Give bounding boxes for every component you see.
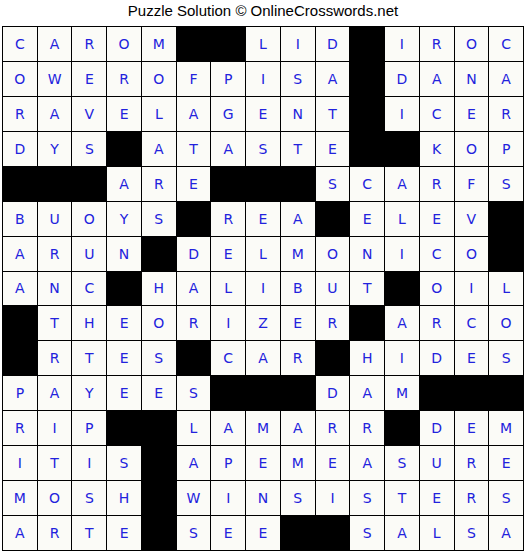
letter-cell: A bbox=[3, 516, 37, 550]
letter-cell: D bbox=[316, 27, 350, 61]
letter-cell: L bbox=[489, 272, 523, 306]
letter-cell: A bbox=[142, 132, 176, 166]
letter-cell: I bbox=[455, 272, 489, 306]
letter-cell: I bbox=[38, 411, 72, 445]
block-cell bbox=[385, 132, 419, 166]
letter-cell: C bbox=[72, 272, 106, 306]
letter-cell: S bbox=[281, 62, 315, 96]
letter-cell: O bbox=[455, 27, 489, 61]
letter-cell: L bbox=[246, 237, 280, 271]
letter-cell: L bbox=[385, 202, 419, 236]
letter-cell: H bbox=[350, 341, 384, 375]
letter-cell: D bbox=[385, 62, 419, 96]
letter-cell: R bbox=[72, 27, 106, 61]
letter-cell: R bbox=[455, 446, 489, 480]
letter-cell: O bbox=[316, 237, 350, 271]
block-cell bbox=[107, 411, 141, 445]
letter-cell: Y bbox=[72, 376, 106, 410]
letter-cell: I bbox=[246, 62, 280, 96]
letter-cell: A bbox=[107, 167, 141, 201]
block-cell bbox=[3, 167, 37, 201]
letter-cell: E bbox=[177, 167, 211, 201]
letter-cell: U bbox=[72, 237, 106, 271]
letter-cell: C bbox=[350, 167, 384, 201]
letter-cell: S bbox=[72, 481, 106, 515]
letter-cell: L bbox=[142, 97, 176, 131]
block-cell bbox=[489, 237, 523, 271]
letter-cell: R bbox=[316, 306, 350, 340]
letter-cell: B bbox=[281, 272, 315, 306]
letter-cell: E bbox=[316, 132, 350, 166]
letter-cell: S bbox=[281, 481, 315, 515]
letter-cell: H bbox=[142, 272, 176, 306]
letter-cell: D bbox=[3, 132, 37, 166]
block-cell bbox=[489, 202, 523, 236]
block-cell bbox=[177, 341, 211, 375]
letter-cell: A bbox=[489, 516, 523, 550]
letter-cell: R bbox=[420, 167, 454, 201]
letter-cell: T bbox=[281, 132, 315, 166]
letter-cell: S bbox=[350, 516, 384, 550]
letter-cell: R bbox=[489, 97, 523, 131]
letter-cell: T bbox=[72, 341, 106, 375]
letter-cell: R bbox=[3, 411, 37, 445]
letter-cell: S bbox=[385, 446, 419, 480]
block-cell bbox=[72, 167, 106, 201]
letter-cell: U bbox=[420, 446, 454, 480]
letter-cell: S bbox=[489, 167, 523, 201]
letter-cell: O bbox=[107, 27, 141, 61]
letter-cell: E bbox=[455, 341, 489, 375]
letter-cell: E bbox=[107, 341, 141, 375]
letter-cell: S bbox=[72, 132, 106, 166]
letter-cell: E bbox=[107, 376, 141, 410]
letter-cell: E bbox=[420, 481, 454, 515]
letter-cell: E bbox=[72, 62, 106, 96]
block-cell bbox=[489, 376, 523, 410]
letter-cell: E bbox=[107, 306, 141, 340]
block-cell bbox=[211, 27, 245, 61]
letter-cell: T bbox=[38, 446, 72, 480]
letter-cell: E bbox=[107, 97, 141, 131]
block-cell bbox=[3, 306, 37, 340]
letter-cell: P bbox=[211, 446, 245, 480]
letter-cell: H bbox=[107, 481, 141, 515]
letter-cell: R bbox=[420, 27, 454, 61]
letter-cell: S bbox=[142, 202, 176, 236]
letter-cell: A bbox=[3, 237, 37, 271]
letter-cell: S bbox=[177, 376, 211, 410]
letter-cell: L bbox=[420, 516, 454, 550]
block-cell bbox=[177, 27, 211, 61]
letter-cell: I bbox=[281, 27, 315, 61]
letter-cell: R bbox=[177, 306, 211, 340]
block-cell bbox=[350, 306, 384, 340]
letter-cell: O bbox=[72, 202, 106, 236]
letter-cell: C bbox=[420, 97, 454, 131]
block-cell bbox=[142, 516, 176, 550]
letter-cell: S bbox=[316, 167, 350, 201]
letter-cell: A bbox=[316, 62, 350, 96]
block-cell bbox=[420, 376, 454, 410]
block-cell bbox=[211, 376, 245, 410]
letter-cell: O bbox=[3, 62, 37, 96]
letter-cell: E bbox=[489, 446, 523, 480]
letter-cell: M bbox=[246, 411, 280, 445]
letter-cell: A bbox=[385, 306, 419, 340]
letter-cell: H bbox=[72, 306, 106, 340]
letter-cell: R bbox=[142, 167, 176, 201]
letter-cell: I bbox=[385, 237, 419, 271]
letter-cell: R bbox=[211, 202, 245, 236]
letter-cell: A bbox=[3, 272, 37, 306]
letter-cell: L bbox=[246, 27, 280, 61]
block-cell bbox=[177, 202, 211, 236]
letter-cell: E bbox=[142, 376, 176, 410]
block-cell bbox=[385, 272, 419, 306]
letter-cell: L bbox=[177, 411, 211, 445]
block-cell bbox=[142, 446, 176, 480]
letter-cell: I bbox=[385, 97, 419, 131]
letter-cell: C bbox=[420, 237, 454, 271]
letter-cell: W bbox=[38, 62, 72, 96]
letter-cell: Y bbox=[107, 202, 141, 236]
letter-cell: T bbox=[177, 132, 211, 166]
letter-cell: P bbox=[3, 376, 37, 410]
letter-cell: E bbox=[107, 516, 141, 550]
letter-cell: A bbox=[177, 272, 211, 306]
letter-cell: D bbox=[420, 411, 454, 445]
letter-cell: A bbox=[177, 97, 211, 131]
letter-cell: R bbox=[38, 341, 72, 375]
letter-cell: R bbox=[316, 411, 350, 445]
letter-cell: N bbox=[455, 62, 489, 96]
letter-cell: A bbox=[38, 97, 72, 131]
letter-cell: Y bbox=[38, 132, 72, 166]
letter-cell: A bbox=[38, 376, 72, 410]
letter-cell: F bbox=[455, 167, 489, 201]
letter-cell: T bbox=[350, 272, 384, 306]
letter-cell: O bbox=[455, 237, 489, 271]
letter-cell: E bbox=[281, 306, 315, 340]
block-cell bbox=[211, 167, 245, 201]
letter-cell: P bbox=[72, 411, 106, 445]
letter-cell: O bbox=[142, 306, 176, 340]
block-cell bbox=[385, 411, 419, 445]
letter-cell: S bbox=[455, 516, 489, 550]
block-cell bbox=[281, 167, 315, 201]
block-cell bbox=[246, 376, 280, 410]
block-cell bbox=[281, 376, 315, 410]
block-cell bbox=[316, 341, 350, 375]
letter-cell: U bbox=[316, 272, 350, 306]
letter-cell: I bbox=[385, 27, 419, 61]
block-cell bbox=[316, 516, 350, 550]
letter-cell: E bbox=[246, 202, 280, 236]
letter-cell: D bbox=[316, 376, 350, 410]
letter-cell: A bbox=[385, 167, 419, 201]
letter-cell: Z bbox=[246, 306, 280, 340]
letter-cell: I bbox=[246, 272, 280, 306]
letter-cell: A bbox=[420, 62, 454, 96]
letter-cell: A bbox=[211, 132, 245, 166]
letter-cell: I bbox=[3, 446, 37, 480]
letter-cell: C bbox=[489, 27, 523, 61]
letter-cell: N bbox=[246, 481, 280, 515]
letter-cell: E bbox=[420, 202, 454, 236]
block-cell bbox=[455, 376, 489, 410]
letter-cell: G bbox=[211, 97, 245, 131]
letter-cell: V bbox=[72, 97, 106, 131]
letter-cell: S bbox=[107, 446, 141, 480]
letter-cell: R bbox=[3, 97, 37, 131]
letter-cell: I bbox=[72, 446, 106, 480]
letter-cell: O bbox=[455, 132, 489, 166]
letter-cell: R bbox=[420, 306, 454, 340]
letter-cell: N bbox=[38, 272, 72, 306]
letter-cell: P bbox=[211, 62, 245, 96]
letter-cell: A bbox=[281, 411, 315, 445]
block-cell bbox=[142, 411, 176, 445]
letter-cell: S bbox=[489, 341, 523, 375]
letter-cell: R bbox=[455, 481, 489, 515]
letter-cell: E bbox=[211, 516, 245, 550]
block-cell bbox=[142, 481, 176, 515]
letter-cell: R bbox=[350, 411, 384, 445]
block-cell bbox=[350, 27, 384, 61]
letter-cell: K bbox=[420, 132, 454, 166]
letter-cell: N bbox=[107, 237, 141, 271]
letter-cell: A bbox=[38, 27, 72, 61]
letter-cell: R bbox=[38, 237, 72, 271]
letter-cell: C bbox=[211, 341, 245, 375]
letter-cell: M bbox=[142, 27, 176, 61]
block-cell bbox=[350, 97, 384, 131]
block-cell bbox=[38, 167, 72, 201]
letter-cell: O bbox=[420, 272, 454, 306]
letter-cell: A bbox=[177, 446, 211, 480]
letter-cell: R bbox=[281, 341, 315, 375]
letter-cell: E bbox=[246, 516, 280, 550]
letter-cell: E bbox=[211, 237, 245, 271]
letter-cell: E bbox=[316, 446, 350, 480]
letter-cell: I bbox=[211, 306, 245, 340]
letter-cell: S bbox=[246, 132, 280, 166]
letter-cell: U bbox=[38, 202, 72, 236]
letter-cell: R bbox=[107, 62, 141, 96]
block-cell bbox=[350, 132, 384, 166]
letter-cell: P bbox=[489, 132, 523, 166]
letter-cell: B bbox=[3, 202, 37, 236]
letter-cell: S bbox=[142, 341, 176, 375]
letter-cell: R bbox=[38, 516, 72, 550]
letter-cell: D bbox=[177, 237, 211, 271]
letter-cell: A bbox=[211, 411, 245, 445]
letter-cell: T bbox=[72, 516, 106, 550]
letter-cell: S bbox=[177, 516, 211, 550]
crossword-solution-page: Puzzle Solution © OnlineCrosswords.net C… bbox=[0, 0, 526, 551]
letter-cell: O bbox=[142, 62, 176, 96]
block-cell bbox=[142, 237, 176, 271]
letter-cell: E bbox=[246, 97, 280, 131]
letter-cell: N bbox=[350, 237, 384, 271]
letter-cell: T bbox=[38, 306, 72, 340]
letter-cell: I bbox=[385, 341, 419, 375]
letter-cell: A bbox=[246, 341, 280, 375]
letter-cell: T bbox=[316, 97, 350, 131]
letter-cell: A bbox=[350, 376, 384, 410]
letter-cell: M bbox=[489, 411, 523, 445]
letter-cell: C bbox=[3, 27, 37, 61]
letter-cell: M bbox=[281, 446, 315, 480]
letter-cell: M bbox=[3, 481, 37, 515]
letter-cell: N bbox=[281, 97, 315, 131]
block-cell bbox=[246, 167, 280, 201]
letter-cell: E bbox=[350, 202, 384, 236]
letter-cell: A bbox=[281, 202, 315, 236]
block-cell bbox=[107, 132, 141, 166]
letter-cell: O bbox=[38, 481, 72, 515]
letter-cell: E bbox=[246, 446, 280, 480]
block-cell bbox=[107, 272, 141, 306]
letter-cell: S bbox=[489, 481, 523, 515]
letter-cell: I bbox=[211, 481, 245, 515]
block-cell bbox=[3, 341, 37, 375]
letter-cell: E bbox=[455, 97, 489, 131]
letter-cell: D bbox=[420, 341, 454, 375]
letter-cell: M bbox=[281, 237, 315, 271]
letter-cell: A bbox=[385, 516, 419, 550]
letter-cell: I bbox=[316, 481, 350, 515]
block-cell bbox=[316, 202, 350, 236]
letter-cell: T bbox=[385, 481, 419, 515]
letter-cell: W bbox=[177, 481, 211, 515]
letter-cell: A bbox=[350, 446, 384, 480]
block-cell bbox=[350, 62, 384, 96]
letter-cell: C bbox=[455, 306, 489, 340]
block-cell bbox=[281, 516, 315, 550]
letter-cell: E bbox=[455, 411, 489, 445]
letter-cell: A bbox=[489, 62, 523, 96]
letter-cell: O bbox=[489, 306, 523, 340]
crossword-grid: CAROMLIDIROCOWEROFPISADANARAVELAGENTICER… bbox=[2, 26, 524, 551]
letter-cell: V bbox=[455, 202, 489, 236]
letter-cell: M bbox=[385, 376, 419, 410]
page-title: Puzzle Solution © OnlineCrosswords.net bbox=[0, 2, 526, 19]
letter-cell: L bbox=[211, 272, 245, 306]
letter-cell: F bbox=[177, 62, 211, 96]
letter-cell: S bbox=[350, 481, 384, 515]
